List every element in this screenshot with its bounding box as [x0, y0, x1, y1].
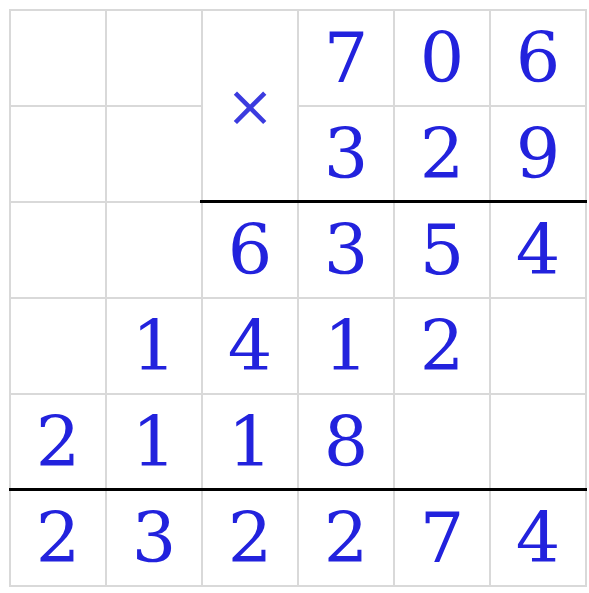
- cell-r5-c3: 1: [203, 395, 297, 489]
- cell-r6-c3: 2: [203, 491, 297, 585]
- cell-r3-c6: 4: [491, 203, 585, 297]
- cell-r2-c4: 3: [299, 107, 393, 201]
- cell-r5-c5: [395, 395, 489, 489]
- cell-r3-c4: 3: [299, 203, 393, 297]
- cell-r4-c4: 1: [299, 299, 393, 393]
- cell-r4-c6: [491, 299, 585, 393]
- cell-r5-c2: 1: [107, 395, 201, 489]
- multiplication-worksheet: × 7 0 6 3 2 9 6 3 5 4 1 4 1 2 2 1 1 8 2 …: [0, 0, 589, 593]
- cell-r3-c1: [11, 203, 105, 297]
- cell-r1-c5: 0: [395, 11, 489, 105]
- cell-r3-c2: [107, 203, 201, 297]
- cell-r5-c1: 2: [11, 395, 105, 489]
- cell-r2-c1: [11, 107, 105, 201]
- cell-r5-c6: [491, 395, 585, 489]
- cell-r2-c5: 2: [395, 107, 489, 201]
- cell-r5-c4: 8: [299, 395, 393, 489]
- cell-r4-c3: 4: [203, 299, 297, 393]
- cell-r6-c6: 4: [491, 491, 585, 585]
- cell-r6-c1: 2: [11, 491, 105, 585]
- cell-r4-c2: 1: [107, 299, 201, 393]
- cell-r3-c3: 6: [203, 203, 297, 297]
- cell-r6-c2: 3: [107, 491, 201, 585]
- cell-r2-c2: [107, 107, 201, 201]
- cell-r1-c6: 6: [491, 11, 585, 105]
- cell-r2-c6: 9: [491, 107, 585, 201]
- cell-r4-c5: 2: [395, 299, 489, 393]
- cell-r4-c1: [11, 299, 105, 393]
- multiplication-grid: × 7 0 6 3 2 9 6 3 5 4 1 4 1 2 2 1 1 8 2 …: [9, 9, 587, 587]
- multiply-operator-cell: ×: [203, 11, 297, 201]
- cell-r6-c5: 7: [395, 491, 489, 585]
- cell-r3-c5: 5: [395, 203, 489, 297]
- cell-r6-c4: 2: [299, 491, 393, 585]
- cell-r1-c1: [11, 11, 105, 105]
- rule-under-multiplier: [200, 200, 587, 203]
- cell-r1-c4: 7: [299, 11, 393, 105]
- cell-r1-c2: [107, 11, 201, 105]
- rule-above-total: [9, 488, 587, 491]
